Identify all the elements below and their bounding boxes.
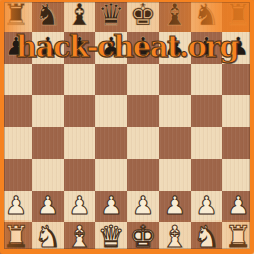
black-pawn-piece: ♟ (36, 34, 58, 59)
square-a2[interactable]: ♟ (0, 191, 32, 223)
black-queen-piece: ♛ (98, 0, 125, 30)
square-c3[interactable] (64, 159, 96, 191)
square-c2[interactable]: ♟ (64, 191, 96, 223)
square-e2[interactable]: ♟ (127, 191, 159, 223)
square-a5[interactable] (0, 95, 32, 127)
square-h4[interactable] (222, 127, 254, 159)
square-f6[interactable] (159, 64, 191, 96)
black-rook-piece: ♜ (2, 0, 29, 30)
square-g8[interactable]: ♞ (191, 0, 223, 32)
square-a4[interactable] (0, 127, 32, 159)
square-g5[interactable] (191, 95, 223, 127)
square-c6[interactable] (64, 64, 96, 96)
black-pawn-piece: ♟ (68, 34, 90, 59)
chess-app-screenshot: ♜♞♝♛♚♝♞♜♟♟♟♟♟♟♟♟♟♟♟♟♟♟♟♟♜♞♝♛♚♝♞♜ hack-ch… (0, 0, 254, 254)
white-queen-piece: ♛ (98, 222, 125, 252)
square-a6[interactable] (0, 64, 32, 96)
square-b2[interactable]: ♟ (32, 191, 64, 223)
black-pawn-piece: ♟ (163, 34, 185, 59)
square-h8[interactable]: ♜ (222, 0, 254, 32)
square-b8[interactable]: ♞ (32, 0, 64, 32)
square-f2[interactable]: ♟ (159, 191, 191, 223)
square-d8[interactable]: ♛ (95, 0, 127, 32)
square-a1[interactable]: ♜ (0, 222, 32, 254)
white-bishop-piece: ♝ (66, 222, 93, 252)
square-g6[interactable] (191, 64, 223, 96)
white-pawn-piece: ♟ (100, 193, 122, 218)
black-pawn-piece: ♟ (132, 34, 154, 59)
black-knight-piece: ♞ (34, 0, 61, 30)
white-knight-piece: ♞ (193, 222, 220, 252)
square-b3[interactable] (32, 159, 64, 191)
black-pawn-piece: ♟ (195, 34, 217, 59)
square-e8[interactable]: ♚ (127, 0, 159, 32)
square-g1[interactable]: ♞ (191, 222, 223, 254)
square-f5[interactable] (159, 95, 191, 127)
square-e5[interactable] (127, 95, 159, 127)
square-d2[interactable]: ♟ (95, 191, 127, 223)
square-c7[interactable]: ♟ (64, 32, 96, 64)
square-f8[interactable]: ♝ (159, 0, 191, 32)
white-pawn-piece: ♟ (195, 193, 217, 218)
square-e4[interactable] (127, 127, 159, 159)
square-h2[interactable]: ♟ (222, 191, 254, 223)
square-g7[interactable]: ♟ (191, 32, 223, 64)
black-knight-piece: ♞ (193, 0, 220, 30)
white-rook-piece: ♜ (2, 222, 29, 252)
chess-board[interactable]: ♜♞♝♛♚♝♞♜♟♟♟♟♟♟♟♟♟♟♟♟♟♟♟♟♜♞♝♛♚♝♞♜ (0, 0, 254, 254)
square-h7[interactable]: ♟ (222, 32, 254, 64)
white-pawn-piece: ♟ (227, 193, 249, 218)
square-h1[interactable]: ♜ (222, 222, 254, 254)
white-pawn-piece: ♟ (163, 193, 185, 218)
black-rook-piece: ♜ (225, 0, 252, 30)
white-pawn-piece: ♟ (5, 193, 27, 218)
square-f7[interactable]: ♟ (159, 32, 191, 64)
square-f3[interactable] (159, 159, 191, 191)
square-b4[interactable] (32, 127, 64, 159)
square-c8[interactable]: ♝ (64, 0, 96, 32)
black-king-piece: ♚ (129, 0, 156, 30)
square-a8[interactable]: ♜ (0, 0, 32, 32)
square-d5[interactable] (95, 95, 127, 127)
square-e7[interactable]: ♟ (127, 32, 159, 64)
square-e1[interactable]: ♚ (127, 222, 159, 254)
white-pawn-piece: ♟ (68, 193, 90, 218)
square-a7[interactable]: ♟ (0, 32, 32, 64)
square-a3[interactable] (0, 159, 32, 191)
square-b5[interactable] (32, 95, 64, 127)
square-g4[interactable] (191, 127, 223, 159)
black-bishop-piece: ♝ (161, 0, 188, 30)
square-d3[interactable] (95, 159, 127, 191)
white-knight-piece: ♞ (34, 222, 61, 252)
square-c4[interactable] (64, 127, 96, 159)
square-c5[interactable] (64, 95, 96, 127)
white-rook-piece: ♜ (225, 222, 252, 252)
white-pawn-piece: ♟ (132, 193, 154, 218)
square-g2[interactable]: ♟ (191, 191, 223, 223)
square-h6[interactable] (222, 64, 254, 96)
black-pawn-piece: ♟ (100, 34, 122, 59)
square-d6[interactable] (95, 64, 127, 96)
square-d1[interactable]: ♛ (95, 222, 127, 254)
square-g3[interactable] (191, 159, 223, 191)
square-f1[interactable]: ♝ (159, 222, 191, 254)
square-h3[interactable] (222, 159, 254, 191)
square-b1[interactable]: ♞ (32, 222, 64, 254)
square-d4[interactable] (95, 127, 127, 159)
square-f4[interactable] (159, 127, 191, 159)
square-b6[interactable] (32, 64, 64, 96)
square-h5[interactable] (222, 95, 254, 127)
square-e3[interactable] (127, 159, 159, 191)
black-pawn-piece: ♟ (227, 34, 249, 59)
white-bishop-piece: ♝ (161, 222, 188, 252)
black-pawn-piece: ♟ (5, 34, 27, 59)
square-d7[interactable]: ♟ (95, 32, 127, 64)
square-b7[interactable]: ♟ (32, 32, 64, 64)
black-bishop-piece: ♝ (66, 0, 93, 30)
white-king-piece: ♚ (129, 222, 156, 252)
white-pawn-piece: ♟ (36, 193, 58, 218)
square-c1[interactable]: ♝ (64, 222, 96, 254)
square-e6[interactable] (127, 64, 159, 96)
